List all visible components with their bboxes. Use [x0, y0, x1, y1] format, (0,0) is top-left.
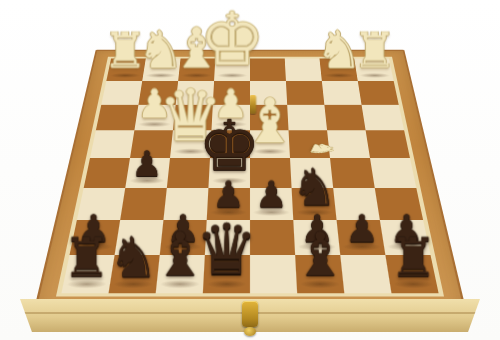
chessboard: ♜♞♝♚♞♜♟♟♛♝♞♟♚♟♟♞♟♟♟♟♟♜♞♝♛♝♜	[61, 58, 438, 293]
black-pawn: ♟	[212, 176, 245, 212]
black-pawn: ♟	[345, 209, 379, 247]
black-rook: ♜	[62, 231, 110, 285]
chess-set-photo: ♜♞♝♚♞♜♟♟♛♝♞♟♚♟♟♞♟♟♟♟♟♜♞♝♛♝♜	[0, 0, 500, 340]
white-king: ♚	[199, 3, 265, 76]
black-pawn: ♟	[255, 176, 288, 212]
black-king: ♚	[198, 111, 261, 181]
black-pawn: ♟	[131, 146, 162, 181]
brass-clasp	[242, 301, 258, 327]
white-rook: ♜	[353, 27, 397, 76]
black-knight: ♞	[108, 229, 158, 285]
black-rook: ♜	[389, 231, 437, 285]
board-inner-frame: ♜♞♝♚♞♜♟♟♛♝♞♟♚♟♟♞♟♟♟♟♟♜♞♝♛♝♜	[56, 57, 444, 297]
black-bishop: ♝	[293, 224, 347, 285]
black-queen: ♛	[195, 215, 258, 285]
brass-clasp-knob	[244, 327, 256, 336]
wooden-case-top: ♜♞♝♚♞♜♟♟♛♝♞♟♚♟♟♞♟♟♟♟♟♜♞♝♛♝♜	[34, 50, 466, 310]
scene: ♜♞♝♚♞♜♟♟♛♝♞♟♚♟♟♞♟♟♟♟♟♜♞♝♛♝♜	[0, 0, 500, 340]
fallen-white-knight: ♞	[306, 140, 339, 159]
